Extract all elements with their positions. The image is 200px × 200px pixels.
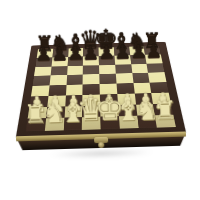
piece-black-pawn: ♟ [134,41,173,61]
square-f5 [116,73,133,83]
board-frame: ♜♞♝♛♚♝♞♜♟♟♟♟♟♟♟♟♟♟♟♟♟♟♟♟♜♞♝♛♚♝♞♜ [16,42,186,138]
square-a5 [33,76,51,86]
square-b5 [49,75,66,85]
chess-set-photo: ♜♞♝♛♚♝♞♜♟♟♟♟♟♟♟♟♟♟♟♟♟♟♟♟♜♞♝♛♚♝♞♜ [0,0,200,200]
square-c6 [67,65,83,75]
square-e5 [99,74,116,84]
square-e6 [99,64,116,74]
square-c5 [66,75,83,85]
square-h1: ♜ [155,115,176,128]
square-d6 [83,65,99,75]
square-g6 [131,64,148,74]
square-h6 [147,63,165,73]
piece-white-rook: ♜ [142,97,188,124]
square-f6 [115,64,132,74]
board-squares: ♜♞♝♛♚♝♞♜♟♟♟♟♟♟♟♟♟♟♟♟♟♟♟♟♜♞♝♛♚♝♞♜ [26,46,176,131]
square-g5 [132,73,150,83]
square-d5 [83,74,100,84]
chess-set: ♜♞♝♛♚♝♞♜♟♟♟♟♟♟♟♟♟♟♟♟♟♟♟♟♜♞♝♛♚♝♞♜ [0,0,200,200]
square-h5 [148,72,166,82]
square-b6 [50,66,67,76]
square-a6 [34,66,51,76]
